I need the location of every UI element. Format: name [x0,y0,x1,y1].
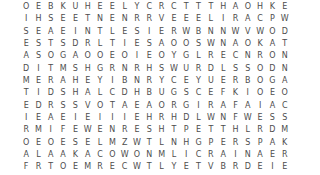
letter-cell[interactable]: I [94,112,106,124]
letter-cell[interactable]: D [20,63,32,75]
letter-cell[interactable]: I [131,50,143,62]
letter-cell[interactable]: A [20,149,32,161]
letter-cell[interactable]: A [45,149,57,161]
letter-cell[interactable]: O [155,100,167,112]
letter-cell[interactable]: A [242,100,254,112]
letter-cell[interactable]: B [217,161,229,173]
letter-cell[interactable]: Y [168,50,180,62]
letter-cell[interactable]: G [180,50,192,62]
letter-cell[interactable]: O [242,38,254,50]
letter-cell[interactable]: S [266,112,278,124]
letter-cell[interactable]: S [32,50,44,62]
letter-cell[interactable]: C [119,161,131,173]
letter-cell[interactable]: I [119,112,131,124]
letter-cell[interactable]: O [279,87,291,99]
letter-cell[interactable]: B [119,75,131,87]
letter-cell[interactable]: D [45,87,57,99]
letter-cell[interactable]: A [57,75,69,87]
letter-cell[interactable]: H [69,87,81,99]
letter-cell[interactable]: R [155,112,167,124]
letter-cell[interactable]: I [242,87,254,99]
letter-cell[interactable]: O [82,50,94,62]
letter-cell[interactable]: I [69,112,81,124]
letter-cell[interactable]: O [266,26,278,38]
letter-cell[interactable]: L [32,149,44,161]
letter-cell[interactable]: A [217,100,229,112]
letter-cell[interactable]: E [94,124,106,136]
letter-cell[interactable]: S [57,100,69,112]
letter-cell[interactable]: L [192,50,204,62]
letter-cell[interactable]: S [69,137,81,149]
letter-cell[interactable]: R [168,100,180,112]
letter-cell[interactable]: E [192,13,204,25]
letter-cell[interactable]: A [242,13,254,25]
letter-cell[interactable]: E [20,38,32,50]
letter-cell[interactable]: B [192,26,204,38]
letter-cell[interactable]: H [217,1,229,13]
letter-cell[interactable]: S [45,13,57,25]
letter-cell[interactable]: N [143,149,155,161]
letter-cell[interactable]: I [106,112,118,124]
letter-cell[interactable]: O [242,1,254,13]
letter-cell[interactable]: O [106,149,118,161]
letter-cell[interactable]: E [180,161,192,173]
letter-cell[interactable]: G [192,137,204,149]
letter-cell[interactable]: R [205,149,217,161]
letter-cell[interactable]: P [205,137,217,149]
letter-cell[interactable]: P [266,13,278,25]
letter-cell[interactable]: A [279,75,291,87]
letter-cell[interactable]: E [82,112,94,124]
letter-cell[interactable]: A [229,1,241,13]
letter-cell[interactable]: C [229,50,241,62]
letter-cell[interactable]: A [57,149,69,161]
letter-cell[interactable]: I [106,75,118,87]
letter-cell[interactable]: E [143,50,155,62]
letter-cell[interactable]: O [45,50,57,62]
letter-cell[interactable]: E [279,161,291,173]
letter-cell[interactable]: N [168,137,180,149]
letter-cell[interactable]: E [254,112,266,124]
letter-cell[interactable]: T [106,100,118,112]
letter-cell[interactable]: E [57,13,69,25]
letter-cell[interactable]: E [217,137,229,149]
letter-cell[interactable]: A [143,100,155,112]
letter-cell[interactable]: T [82,13,94,25]
letter-cell[interactable]: R [20,124,32,136]
letter-cell[interactable]: O [94,50,106,62]
letter-cell[interactable]: W [131,137,143,149]
letter-cell[interactable]: E [217,50,229,62]
letter-cell[interactable]: S [242,137,254,149]
letter-cell[interactable]: T [217,124,229,136]
letter-cell[interactable]: Y [131,1,143,13]
letter-cell[interactable]: D [266,124,278,136]
letter-cell[interactable]: A [45,26,57,38]
letter-cell[interactable]: T [143,137,155,149]
letter-cell[interactable]: I [254,100,266,112]
letter-cell[interactable]: T [192,1,204,13]
letter-cell[interactable]: E [131,124,143,136]
letter-cell[interactable]: H [131,87,143,99]
letter-cell[interactable]: M [20,75,32,87]
letter-cell[interactable]: C [254,13,266,25]
letter-cell[interactable]: A [69,50,81,62]
letter-cell[interactable]: T [20,87,32,99]
letter-cell[interactable]: N [119,63,131,75]
letter-cell[interactable]: C [106,87,118,99]
letter-cell[interactable]: R [131,13,143,25]
letter-cell[interactable]: B [242,75,254,87]
letter-cell[interactable]: S [229,63,241,75]
letter-cell[interactable]: A [254,149,266,161]
letter-cell[interactable]: T [279,38,291,50]
letter-cell[interactable]: T [45,38,57,50]
letter-cell[interactable]: N [279,63,291,75]
letter-cell[interactable]: S [20,26,32,38]
letter-cell[interactable]: E [168,13,180,25]
letter-cell[interactable]: N [242,50,254,62]
letter-cell[interactable]: M [106,137,118,149]
letter-cell[interactable]: Y [168,161,180,173]
letter-cell[interactable]: R [168,26,180,38]
letter-cell[interactable]: M [57,63,69,75]
letter-cell[interactable]: E [57,137,69,149]
letter-cell[interactable]: O [168,38,180,50]
letter-cell[interactable]: A [266,137,278,149]
letter-cell[interactable]: D [205,63,217,75]
letter-cell[interactable]: U [69,1,81,13]
letter-cell[interactable]: I [20,13,32,25]
letter-cell[interactable]: O [254,75,266,87]
letter-cell[interactable]: I [20,112,32,124]
letter-cell[interactable]: E [69,124,81,136]
letter-cell[interactable]: O [57,161,69,173]
letter-cell[interactable]: H [69,75,81,87]
letter-cell[interactable]: G [266,75,278,87]
letter-cell[interactable]: T [94,26,106,38]
letter-cell[interactable]: O [180,38,192,50]
letter-cell[interactable]: Z [119,137,131,149]
letter-cell[interactable]: E [205,87,217,99]
letter-cell[interactable]: O [94,100,106,112]
letter-cell[interactable]: A [20,50,32,62]
letter-cell[interactable]: W [168,63,180,75]
letter-cell[interactable]: L [242,124,254,136]
letter-cell[interactable]: A [119,100,131,112]
letter-cell[interactable]: E [106,50,118,62]
letter-cell[interactable]: T [192,161,204,173]
letter-cell[interactable]: V [205,161,217,173]
letter-cell[interactable]: S [69,63,81,75]
letter-cell[interactable]: T [45,161,57,173]
letter-cell[interactable]: O [20,1,32,13]
letter-cell[interactable]: L [94,38,106,50]
letter-cell[interactable]: S [192,38,204,50]
letter-cell[interactable]: E [131,100,143,112]
letter-cell[interactable]: H [168,112,180,124]
letter-cell[interactable]: H [229,124,241,136]
letter-cell[interactable]: W [131,161,143,173]
letter-cell[interactable]: K [266,1,278,13]
letter-cell[interactable]: S [69,100,81,112]
letter-cell[interactable]: W [229,26,241,38]
letter-cell[interactable]: K [279,137,291,149]
letter-cell[interactable]: K [69,149,81,161]
letter-cell[interactable]: C [168,75,180,87]
letter-cell[interactable]: W [119,149,131,161]
letter-cell[interactable]: N [205,26,217,38]
letter-cell[interactable]: D [69,38,81,50]
letter-cell[interactable]: D [119,87,131,99]
letter-cell[interactable]: E [180,13,192,25]
letter-cell[interactable]: R [205,50,217,62]
letter-cell[interactable]: M [155,149,167,161]
letter-cell[interactable]: E [32,137,44,149]
letter-cell[interactable]: S [180,87,192,99]
letter-cell[interactable]: R [254,50,266,62]
letter-cell[interactable]: N [131,75,143,87]
letter-cell[interactable]: I [192,100,204,112]
letter-cell[interactable]: E [69,161,81,173]
letter-cell[interactable]: E [119,26,131,38]
letter-cell[interactable]: B [45,1,57,13]
letter-cell[interactable]: F [57,124,69,136]
letter-cell[interactable]: O [155,50,167,62]
letter-cell[interactable]: P [180,124,192,136]
letter-cell[interactable]: R [45,75,57,87]
letter-cell[interactable]: W [254,26,266,38]
letter-cell[interactable]: T [205,1,217,13]
letter-cell[interactable]: P [254,137,266,149]
letter-cell[interactable]: G [57,50,69,62]
letter-cell[interactable]: L [205,13,217,25]
letter-cell[interactable]: T [45,63,57,75]
letter-cell[interactable]: L [94,87,106,99]
letter-cell[interactable]: R [143,75,155,87]
letter-cell[interactable]: A [82,149,94,161]
letter-cell[interactable]: H [82,63,94,75]
letter-cell[interactable]: E [266,149,278,161]
letter-cell[interactable]: U [155,87,167,99]
letter-cell[interactable]: A [82,87,94,99]
letter-cell[interactable]: W [82,124,94,136]
letter-cell[interactable]: A [155,38,167,50]
letter-cell[interactable]: N [217,112,229,124]
letter-cell[interactable]: R [155,1,167,13]
letter-cell[interactable]: I [266,161,278,173]
letter-cell[interactable]: C [168,1,180,13]
letter-cell[interactable]: N [106,124,118,136]
letter-cell[interactable]: I [229,149,241,161]
letter-cell[interactable]: R [229,137,241,149]
letter-cell[interactable]: H [82,1,94,13]
letter-cell[interactable]: E [82,75,94,87]
letter-cell[interactable]: R [229,161,241,173]
letter-cell[interactable]: H [254,1,266,13]
letter-cell[interactable]: E [57,112,69,124]
letter-cell[interactable]: I [32,63,44,75]
letter-cell[interactable]: N [217,38,229,50]
letter-cell[interactable]: E [32,26,44,38]
letter-cell[interactable]: N [119,13,131,25]
letter-cell[interactable]: I [69,26,81,38]
letter-cell[interactable]: O [119,50,131,62]
letter-cell[interactable]: D [279,26,291,38]
letter-cell[interactable]: L [155,137,167,149]
letter-cell[interactable]: L [168,149,180,161]
letter-cell[interactable]: S [143,124,155,136]
letter-cell[interactable]: L [94,137,106,149]
letter-cell[interactable]: S [279,112,291,124]
letter-cell[interactable]: R [229,13,241,25]
letter-cell[interactable]: V [82,100,94,112]
letter-cell[interactable]: S [32,38,44,50]
letter-cell[interactable]: K [229,87,241,99]
letter-cell[interactable]: R [45,100,57,112]
letter-cell[interactable]: Y [155,75,167,87]
letter-cell[interactable]: G [180,100,192,112]
letter-cell[interactable]: I [32,87,44,99]
letter-cell[interactable]: K [57,1,69,13]
letter-cell[interactable]: I [119,38,131,50]
letter-cell[interactable]: T [106,38,118,50]
letter-cell[interactable]: T [180,1,192,13]
letter-cell[interactable]: D [32,100,44,112]
letter-cell[interactable]: R [106,63,118,75]
letter-cell[interactable]: E [32,75,44,87]
letter-cell[interactable]: R [229,75,241,87]
letter-cell[interactable]: C [192,149,204,161]
letter-cell[interactable]: E [217,75,229,87]
letter-cell[interactable]: H [143,63,155,75]
letter-cell[interactable]: O [45,137,57,149]
letter-cell[interactable]: W [279,13,291,25]
letter-cell[interactable]: H [180,137,192,149]
letter-cell[interactable]: R [131,63,143,75]
letter-cell[interactable]: M [32,124,44,136]
letter-cell[interactable]: T [143,161,155,173]
letter-cell[interactable]: E [131,112,143,124]
letter-cell[interactable]: E [69,13,81,25]
letter-cell[interactable]: E [192,124,204,136]
letter-cell[interactable]: O [254,63,266,75]
letter-cell[interactable]: S [131,26,143,38]
letter-cell[interactable]: E [32,1,44,13]
letter-cell[interactable]: E [266,87,278,99]
letter-cell[interactable]: G [168,87,180,99]
letter-cell[interactable]: E [94,1,106,13]
letter-cell[interactable]: F [217,87,229,99]
letter-cell[interactable]: T [205,124,217,136]
letter-cell[interactable]: L [192,112,204,124]
letter-cell[interactable]: A [217,149,229,161]
letter-cell[interactable]: R [119,124,131,136]
letter-cell[interactable]: N [82,26,94,38]
letter-cell[interactable]: I [217,13,229,25]
letter-cell[interactable]: R [279,149,291,161]
letter-cell[interactable]: Y [192,75,204,87]
letter-cell[interactable]: G [94,63,106,75]
letter-cell[interactable]: F [229,100,241,112]
letter-cell[interactable]: K [254,38,266,50]
letter-cell[interactable]: H [155,124,167,136]
letter-cell[interactable]: U [180,63,192,75]
letter-cell[interactable]: S [143,38,155,50]
letter-cell[interactable]: O [254,87,266,99]
letter-cell[interactable]: E [279,1,291,13]
letter-cell[interactable]: R [205,100,217,112]
letter-cell[interactable]: I [143,26,155,38]
letter-cell[interactable]: I [45,124,57,136]
letter-cell[interactable]: S [57,38,69,50]
letter-cell[interactable]: B [143,87,155,99]
letter-cell[interactable]: H [32,13,44,25]
letter-cell[interactable]: A [229,38,241,50]
letter-cell[interactable]: C [192,87,204,99]
letter-cell[interactable]: E [82,137,94,149]
letter-cell[interactable]: E [106,13,118,25]
letter-cell[interactable]: R [32,161,44,173]
letter-cell[interactable]: I [180,149,192,161]
letter-cell[interactable]: S [242,63,254,75]
letter-cell[interactable]: D [180,112,192,124]
letter-cell[interactable]: L [217,63,229,75]
letter-cell[interactable]: O [266,50,278,62]
letter-cell[interactable]: M [82,161,94,173]
letter-cell[interactable]: D [242,161,254,173]
letter-cell[interactable]: U [205,75,217,87]
letter-cell[interactable]: C [94,149,106,161]
letter-cell[interactable]: N [279,50,291,62]
letter-cell[interactable]: T [168,124,180,136]
letter-cell[interactable]: R [82,38,94,50]
letter-cell[interactable]: O [131,149,143,161]
letter-cell[interactable]: Y [94,75,106,87]
letter-cell[interactable]: W [242,112,254,124]
letter-cell[interactable]: E [155,26,167,38]
letter-cell[interactable]: E [254,161,266,173]
letter-cell[interactable]: F [229,112,241,124]
letter-cell[interactable]: F [20,161,32,173]
letter-cell[interactable]: R [254,124,266,136]
letter-cell[interactable]: E [106,161,118,173]
letter-cell[interactable]: V [155,13,167,25]
letter-cell[interactable]: E [32,112,44,124]
letter-cell[interactable]: M [279,124,291,136]
letter-cell[interactable]: R [143,13,155,25]
letter-cell[interactable]: C [143,1,155,13]
letter-cell[interactable]: N [94,13,106,25]
letter-cell[interactable]: W [180,26,192,38]
letter-cell[interactable]: N [217,26,229,38]
letter-cell[interactable]: W [205,38,217,50]
letter-cell[interactable]: R [94,161,106,173]
letter-cell[interactable]: L [119,1,131,13]
letter-cell[interactable]: W [205,112,217,124]
letter-cell[interactable]: N [242,149,254,161]
letter-cell[interactable]: E [106,1,118,13]
letter-cell[interactable]: V [242,26,254,38]
letter-cell[interactable]: A [266,38,278,50]
letter-cell[interactable]: A [45,112,57,124]
letter-cell[interactable]: S [155,63,167,75]
letter-cell[interactable]: S [57,87,69,99]
letter-cell[interactable]: C [279,100,291,112]
letter-cell[interactable]: A [266,100,278,112]
letter-cell[interactable]: L [155,161,167,173]
letter-cell[interactable]: O [20,137,32,149]
